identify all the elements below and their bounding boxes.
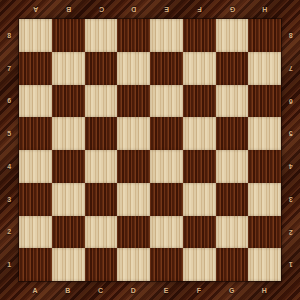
square-h7[interactable]: [248, 52, 281, 85]
square-b7[interactable]: [52, 52, 85, 85]
square-f5[interactable]: [183, 117, 216, 150]
rank-left-label-6: 6: [0, 85, 19, 118]
file-bottom-label-g: G: [216, 281, 249, 300]
square-f4[interactable]: [183, 150, 216, 183]
rank-right-label-7: 7: [281, 52, 300, 85]
square-c1[interactable]: [85, 248, 118, 281]
rank-left-label-7: 7: [0, 52, 19, 85]
rank-right-label-3: 3: [281, 183, 300, 216]
file-bottom-label-h: H: [248, 281, 281, 300]
file-labels-bottom: ABCDEFGH: [19, 281, 281, 300]
square-d5[interactable]: [117, 117, 150, 150]
file-bottom-label-f: F: [183, 281, 216, 300]
rank-labels-left: 87654321: [0, 19, 19, 281]
square-d1[interactable]: [117, 248, 150, 281]
rank-left-label-8: 8: [0, 19, 19, 52]
square-b3[interactable]: [52, 183, 85, 216]
square-c7[interactable]: [85, 52, 118, 85]
square-g7[interactable]: [216, 52, 249, 85]
square-b1[interactable]: [52, 248, 85, 281]
square-c3[interactable]: [85, 183, 118, 216]
square-b4[interactable]: [52, 150, 85, 183]
file-labels-top: ABCDEFGH: [19, 0, 281, 19]
square-e2[interactable]: [150, 216, 183, 249]
rank-right-label-6: 6: [281, 85, 300, 118]
file-top-label-c: C: [85, 0, 118, 19]
square-f7[interactable]: [183, 52, 216, 85]
square-d4[interactable]: [117, 150, 150, 183]
file-top-label-g: G: [216, 0, 249, 19]
square-h5[interactable]: [248, 117, 281, 150]
rank-left-label-4: 4: [0, 150, 19, 183]
square-g4[interactable]: [216, 150, 249, 183]
square-e6[interactable]: [150, 85, 183, 118]
square-b5[interactable]: [52, 117, 85, 150]
square-h3[interactable]: [248, 183, 281, 216]
square-c5[interactable]: [85, 117, 118, 150]
square-a2[interactable]: [19, 216, 52, 249]
square-d2[interactable]: [117, 216, 150, 249]
square-a3[interactable]: [19, 183, 52, 216]
square-f2[interactable]: [183, 216, 216, 249]
square-a1[interactable]: [19, 248, 52, 281]
square-a8[interactable]: [19, 19, 52, 52]
file-top-label-h: H: [248, 0, 281, 19]
file-top-label-a: A: [19, 0, 52, 19]
square-g3[interactable]: [216, 183, 249, 216]
square-g2[interactable]: [216, 216, 249, 249]
rank-left-label-3: 3: [0, 183, 19, 216]
square-c2[interactable]: [85, 216, 118, 249]
square-g5[interactable]: [216, 117, 249, 150]
rank-right-label-8: 8: [281, 19, 300, 52]
square-b2[interactable]: [52, 216, 85, 249]
rank-left-label-2: 2: [0, 216, 19, 249]
square-e4[interactable]: [150, 150, 183, 183]
square-h6[interactable]: [248, 85, 281, 118]
square-g8[interactable]: [216, 19, 249, 52]
chess-board-frame: ABCDEFGH 87654321 87654321 ABCDEFGH: [0, 0, 300, 300]
file-bottom-label-a: A: [19, 281, 52, 300]
square-c8[interactable]: [85, 19, 118, 52]
square-h8[interactable]: [248, 19, 281, 52]
file-top-label-e: E: [150, 0, 183, 19]
file-top-label-d: D: [117, 0, 150, 19]
rank-right-label-4: 4: [281, 150, 300, 183]
square-a7[interactable]: [19, 52, 52, 85]
rank-left-label-5: 5: [0, 117, 19, 150]
rank-right-label-2: 2: [281, 216, 300, 249]
file-bottom-label-c: C: [85, 281, 118, 300]
square-e7[interactable]: [150, 52, 183, 85]
file-bottom-label-e: E: [150, 281, 183, 300]
square-f1[interactable]: [183, 248, 216, 281]
board: [19, 19, 281, 281]
square-d3[interactable]: [117, 183, 150, 216]
square-e8[interactable]: [150, 19, 183, 52]
square-g1[interactable]: [216, 248, 249, 281]
square-c4[interactable]: [85, 150, 118, 183]
rank-right-label-1: 1: [281, 248, 300, 281]
file-bottom-label-b: B: [52, 281, 85, 300]
square-e5[interactable]: [150, 117, 183, 150]
file-bottom-label-d: D: [117, 281, 150, 300]
square-a5[interactable]: [19, 117, 52, 150]
square-a4[interactable]: [19, 150, 52, 183]
square-e1[interactable]: [150, 248, 183, 281]
square-b8[interactable]: [52, 19, 85, 52]
square-b6[interactable]: [52, 85, 85, 118]
square-h2[interactable]: [248, 216, 281, 249]
square-d6[interactable]: [117, 85, 150, 118]
file-top-label-f: F: [183, 0, 216, 19]
square-g6[interactable]: [216, 85, 249, 118]
square-d8[interactable]: [117, 19, 150, 52]
square-f6[interactable]: [183, 85, 216, 118]
rank-right-label-5: 5: [281, 117, 300, 150]
square-a6[interactable]: [19, 85, 52, 118]
square-f8[interactable]: [183, 19, 216, 52]
square-e3[interactable]: [150, 183, 183, 216]
square-c6[interactable]: [85, 85, 118, 118]
square-d7[interactable]: [117, 52, 150, 85]
square-h1[interactable]: [248, 248, 281, 281]
rank-labels-right: 87654321: [281, 19, 300, 281]
square-f3[interactable]: [183, 183, 216, 216]
square-h4[interactable]: [248, 150, 281, 183]
file-top-label-b: B: [52, 0, 85, 19]
rank-left-label-1: 1: [0, 248, 19, 281]
